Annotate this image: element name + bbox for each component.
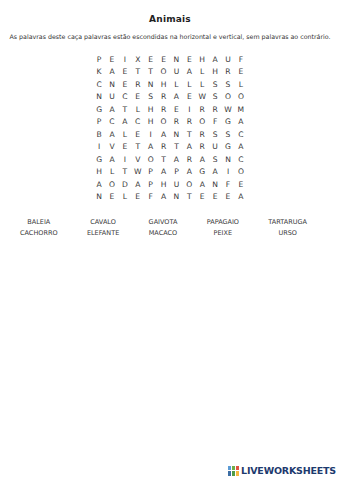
grid-cell-r10c1[interactable]: H (93, 166, 106, 179)
grid-cell-r2c6[interactable]: O (157, 66, 170, 79)
grid-cell-r1c1[interactable]: P (93, 53, 106, 66)
grid-cell-r10c5[interactable]: P (144, 166, 157, 179)
grid-cell-r12c8[interactable]: T (183, 191, 196, 204)
grid-cell-r9c10[interactable]: S (209, 153, 222, 166)
grid-cell-r11c2[interactable]: O (106, 178, 119, 191)
grid-cell-r6c3[interactable]: A (118, 116, 131, 129)
grid-cell-r7c1[interactable]: B (93, 128, 106, 141)
grid-cell-r7c2[interactable]: A (106, 128, 119, 141)
grid-cell-r10c4[interactable]: W (131, 166, 144, 179)
grid-cell-r6c4[interactable]: C (131, 116, 144, 129)
grid-cell-r12c2[interactable]: E (106, 191, 119, 204)
grid-cell-r4c5[interactable]: S (144, 91, 157, 104)
grid-cell-r10c6[interactable]: A (157, 166, 170, 179)
grid-cell-r1c12[interactable]: F (234, 53, 247, 66)
grid-cell-r6c7[interactable]: R (170, 116, 183, 129)
grid-cell-r5c3[interactable]: T (118, 103, 131, 116)
word-list-column: BALEIACACHORRO (20, 217, 58, 239)
grid-cell-r8c8[interactable]: A (183, 141, 196, 154)
logo-square (228, 471, 231, 476)
grid-cell-r2c2[interactable]: A (106, 66, 119, 79)
grid-cell-r7c6[interactable]: A (157, 128, 170, 141)
grid-cell-r11c10[interactable]: N (209, 178, 222, 191)
grid-cell-r10c12[interactable]: O (234, 166, 247, 179)
grid-cell-r12c10[interactable]: E (209, 191, 222, 204)
grid-cell-r9c1[interactable]: G (93, 153, 106, 166)
grid-cell-r10c2[interactable]: L (106, 166, 119, 179)
grid-cell-r5c1[interactable]: G (93, 103, 106, 116)
grid-cell-r7c12[interactable]: C (234, 128, 247, 141)
grid-cell-r11c9[interactable]: A (196, 178, 209, 191)
grid-cell-r11c8[interactable]: O (183, 178, 196, 191)
grid-cell-r12c1[interactable]: N (93, 191, 106, 204)
grid-cell-r4c12[interactable]: O (234, 91, 247, 104)
grid-cell-r9c4[interactable]: V (131, 153, 144, 166)
grid-cell-r10c3[interactable]: T (118, 166, 131, 179)
grid-cell-r9c9[interactable]: A (196, 153, 209, 166)
grid-cell-r5c5[interactable]: H (144, 103, 157, 116)
grid-cell-r11c6[interactable]: H (157, 178, 170, 191)
instructions-text: As palavras deste caça palavras estão es… (0, 33, 340, 40)
word-item: BALEIA (27, 217, 50, 228)
grid-cell-r5c10[interactable]: R (209, 103, 222, 116)
grid-cell-r4c8[interactable]: E (183, 91, 196, 104)
logo-square (232, 466, 235, 471)
grid-cell-r6c11[interactable]: G (222, 116, 235, 129)
grid-cell-r5c12[interactable]: M (234, 103, 247, 116)
grid-cell-r6c6[interactable]: O (157, 116, 170, 129)
grid-cell-r8c9[interactable]: R (196, 141, 209, 154)
grid-cell-r6c1[interactable]: P (93, 116, 106, 129)
grid-cell-r8c12[interactable]: A (234, 141, 247, 154)
word-item: PAPAGAIO (207, 217, 239, 228)
grid-cell-r6c10[interactable]: F (209, 116, 222, 129)
grid-cell-r3c4[interactable]: R (131, 78, 144, 91)
grid-cell-r11c5[interactable]: P (144, 178, 157, 191)
grid-cell-r4c6[interactable]: R (157, 91, 170, 104)
footer: LIVEWORKSHEETS (228, 465, 336, 476)
grid-cell-r5c8[interactable]: I (183, 103, 196, 116)
grid-cell-r5c2[interactable]: A (106, 103, 119, 116)
grid-cell-r2c7[interactable]: U (170, 66, 183, 79)
grid-cell-r10c10[interactable]: A (209, 166, 222, 179)
grid-cell-r2c5[interactable]: T (144, 66, 157, 79)
word-list-column: CAVALOELEFANTE (87, 217, 119, 239)
grid-cell-r3c10[interactable]: S (209, 78, 222, 91)
grid-cell-r9c2[interactable]: A (106, 153, 119, 166)
grid-cell-r7c7[interactable]: N (170, 128, 183, 141)
word-item: CAVALO (90, 217, 116, 228)
grid-cell-r11c7[interactable]: U (170, 178, 183, 191)
brand-name: LIVEWORKSHEETS (241, 465, 336, 476)
grid-cell-r1c4[interactable]: X (131, 53, 144, 66)
grid-cell-r6c2[interactable]: C (106, 116, 119, 129)
grid-cell-r1c9[interactable]: H (196, 53, 209, 66)
logo-square (232, 471, 235, 476)
grid-cell-r6c9[interactable]: O (196, 116, 209, 129)
grid-cell-r3c5[interactable]: N (144, 78, 157, 91)
grid-cell-r8c6[interactable]: R (157, 141, 170, 154)
grid-cell-r4c1[interactable]: N (93, 91, 106, 104)
grid-cell-r9c12[interactable]: C (234, 153, 247, 166)
grid-cell-r7c11[interactable]: S (222, 128, 235, 141)
word-item: TARTARUGA (268, 217, 307, 228)
grid-cell-r9c5[interactable]: O (144, 153, 157, 166)
grid-cell-r5c11[interactable]: W (222, 103, 235, 116)
grid-cell-r3c6[interactable]: H (157, 78, 170, 91)
grid-cell-r4c2[interactable]: U (106, 91, 119, 104)
grid-cell-r3c9[interactable]: L (196, 78, 209, 91)
grid-cell-r4c7[interactable]: A (170, 91, 183, 104)
word-list-column: PAPAGAIOPEIXE (207, 217, 239, 239)
grid-cell-r2c12[interactable]: E (234, 66, 247, 79)
grid-cell-r11c11[interactable]: F (222, 178, 235, 191)
grid-cell-r1c6[interactable]: E (157, 53, 170, 66)
word-list: BALEIACACHORROCAVALOELEFANTEGAIVOTAMACAC… (20, 217, 307, 239)
grid-cell-r12c11[interactable]: E (222, 191, 235, 204)
grid-cell-r4c3[interactable]: C (118, 91, 131, 104)
word-list-column: GAIVOTAMACACO (149, 217, 178, 239)
grid-cell-r2c11[interactable]: R (222, 66, 235, 79)
grid-cell-r4c9[interactable]: W (196, 91, 209, 104)
grid-cell-r9c7[interactable]: A (170, 153, 183, 166)
grid-cell-r12c9[interactable]: E (196, 191, 209, 204)
grid-cell-r9c11[interactable]: N (222, 153, 235, 166)
grid-cell-r8c4[interactable]: T (131, 141, 144, 154)
grid-cell-r2c3[interactable]: E (118, 66, 131, 79)
page-title: Animais (0, 14, 340, 24)
grid-cell-r1c5[interactable]: E (144, 53, 157, 66)
grid-cell-r9c3[interactable]: I (118, 153, 131, 166)
grid-cell-r3c1[interactable]: C (93, 78, 106, 91)
grid-cell-r10c11[interactable]: I (222, 166, 235, 179)
grid-cell-r5c6[interactable]: R (157, 103, 170, 116)
grid-cell-r2c1[interactable]: K (93, 66, 106, 79)
liveworksheets-logo-icon (228, 466, 239, 476)
grid-cell-r10c8[interactable]: A (183, 166, 196, 179)
grid-cell-r3c3[interactable]: E (118, 78, 131, 91)
grid-cell-r1c7[interactable]: N (170, 53, 183, 66)
grid-cell-r3c8[interactable]: L (183, 78, 196, 91)
grid-cell-r1c3[interactable]: I (118, 53, 131, 66)
grid-cell-r11c1[interactable]: A (93, 178, 106, 191)
grid-cell-r7c10[interactable]: S (209, 128, 222, 141)
word-item: ELEFANTE (87, 228, 119, 239)
grid-cell-r1c2[interactable]: E (106, 53, 119, 66)
grid-cell-r2c9[interactable]: L (196, 66, 209, 79)
word-item: URSO (278, 228, 297, 239)
logo-square (236, 466, 239, 471)
grid-cell-r8c11[interactable]: G (222, 141, 235, 154)
grid-cell-r12c3[interactable]: L (118, 191, 131, 204)
grid-cell-r4c4[interactable]: E (131, 91, 144, 104)
grid-cell-r5c9[interactable]: R (196, 103, 209, 116)
grid-cell-r7c5[interactable]: I (144, 128, 157, 141)
grid-cell-r6c12[interactable]: A (234, 116, 247, 129)
grid-cell-r10c9[interactable]: G (196, 166, 209, 179)
grid-cell-r3c11[interactable]: S (222, 78, 235, 91)
grid-cell-r9c8[interactable]: R (183, 153, 196, 166)
grid-cell-r3c12[interactable]: L (234, 78, 247, 91)
grid-cell-r10c7[interactable]: P (170, 166, 183, 179)
word-item: GAIVOTA (149, 217, 178, 228)
word-item: PEIXE (214, 228, 233, 239)
grid-cell-r4c10[interactable]: S (209, 91, 222, 104)
grid-cell-r3c7[interactable]: L (170, 78, 183, 91)
grid-cell-r4c11[interactable]: O (222, 91, 235, 104)
grid-cell-r12c4[interactable]: E (131, 191, 144, 204)
grid-cell-r8c2[interactable]: V (106, 141, 119, 154)
grid-cell-r7c4[interactable]: E (131, 128, 144, 141)
grid-cell-r5c4[interactable]: L (131, 103, 144, 116)
grid-cell-r8c3[interactable]: E (118, 141, 131, 154)
word-item: MACACO (149, 228, 177, 239)
grid-cell-r9c6[interactable]: T (157, 153, 170, 166)
grid-cell-r3c2[interactable]: N (106, 78, 119, 91)
grid-cell-r2c10[interactable]: H (209, 66, 222, 79)
grid-cell-r12c7[interactable]: N (170, 191, 183, 204)
word-list-column: TARTARUGAURSO (268, 217, 307, 239)
grid-cell-r11c4[interactable]: A (131, 178, 144, 191)
grid-cell-r1c8[interactable]: E (183, 53, 196, 66)
grid-cell-r2c4[interactable]: T (131, 66, 144, 79)
grid-cell-r1c11[interactable]: U (222, 53, 235, 66)
grid-cell-r12c5[interactable]: F (144, 191, 157, 204)
worksheet-page: Animais As palavras deste caça palavras … (0, 0, 340, 480)
grid-cell-r12c6[interactable]: A (157, 191, 170, 204)
grid-cell-r8c10[interactable]: U (209, 141, 222, 154)
grid-cell-r7c8[interactable]: T (183, 128, 196, 141)
logo-square (236, 471, 239, 476)
word-item: CACHORRO (20, 228, 58, 239)
grid-cell-r8c7[interactable]: T (170, 141, 183, 154)
grid-cell-r6c8[interactable]: R (183, 116, 196, 129)
grid-cell-r7c9[interactable]: R (196, 128, 209, 141)
grid-cell-r6c5[interactable]: H (144, 116, 157, 129)
grid-cell-r8c5[interactable]: A (144, 141, 157, 154)
grid-cell-r12c12[interactable]: A (234, 191, 247, 204)
grid-cell-r2c8[interactable]: A (183, 66, 196, 79)
grid-cell-r11c12[interactable]: E (234, 178, 247, 191)
grid-cell-r8c1[interactable]: I (93, 141, 106, 154)
grid-cell-r11c3[interactable]: D (118, 178, 131, 191)
grid-cell-r1c10[interactable]: A (209, 53, 222, 66)
logo-square (228, 466, 231, 471)
grid-cell-r5c7[interactable]: E (170, 103, 183, 116)
word-search-grid: PEIXEENEHAUFKAETTOUALHRECNERNHLLLSSLNUCE… (0, 53, 340, 203)
grid-cell-r7c3[interactable]: L (118, 128, 131, 141)
